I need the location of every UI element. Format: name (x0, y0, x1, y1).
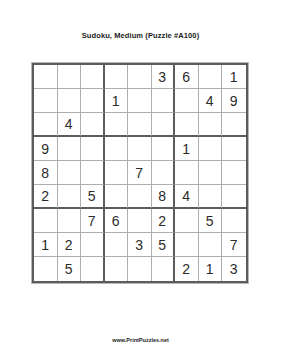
cell-r8c7[interactable] (175, 233, 199, 257)
cell-r8c6[interactable]: 5 (152, 233, 176, 257)
cell-r4c5[interactable] (128, 137, 152, 161)
cell-r8c2[interactable]: 2 (58, 233, 82, 257)
cell-r5c7[interactable] (175, 161, 199, 185)
cell-r3c6[interactable] (152, 113, 176, 137)
cell-r2c6[interactable] (152, 89, 176, 113)
cell-r6c4[interactable] (105, 185, 129, 209)
cell-r2c4[interactable]: 1 (105, 89, 129, 113)
cell-r6c9[interactable] (222, 185, 246, 209)
cell-r2c5[interactable] (128, 89, 152, 113)
cell-r9c5[interactable] (128, 257, 152, 281)
cell-r6c5[interactable] (128, 185, 152, 209)
cell-r4c3[interactable] (81, 137, 105, 161)
cell-r9c7[interactable]: 2 (175, 257, 199, 281)
cell-r2c9[interactable]: 9 (222, 89, 246, 113)
sudoku-board: 3611494918725847625123575213 (32, 63, 248, 283)
cell-r8c1[interactable]: 1 (34, 233, 58, 257)
cell-r9c1[interactable] (34, 257, 58, 281)
cell-r3c2[interactable]: 4 (58, 113, 82, 137)
cell-r9c8[interactable]: 1 (199, 257, 223, 281)
cell-r9c4[interactable] (105, 257, 129, 281)
cell-r4c7[interactable]: 1 (175, 137, 199, 161)
cell-r7c5[interactable] (128, 209, 152, 233)
cell-r6c8[interactable] (199, 185, 223, 209)
cell-r9c6[interactable] (152, 257, 176, 281)
cell-r9c9[interactable]: 3 (222, 257, 246, 281)
cell-r4c4[interactable] (105, 137, 129, 161)
cell-r1c8[interactable] (199, 65, 223, 89)
cell-r7c8[interactable]: 5 (199, 209, 223, 233)
cell-r5c4[interactable] (105, 161, 129, 185)
cell-r2c2[interactable] (58, 89, 82, 113)
cell-r8c8[interactable] (199, 233, 223, 257)
cell-r8c9[interactable]: 7 (222, 233, 246, 257)
cell-r4c9[interactable] (222, 137, 246, 161)
cell-r2c7[interactable] (175, 89, 199, 113)
cell-r1c2[interactable] (58, 65, 82, 89)
cell-r6c6[interactable]: 8 (152, 185, 176, 209)
cell-r4c8[interactable] (199, 137, 223, 161)
cell-r3c9[interactable] (222, 113, 246, 137)
cell-r1c1[interactable] (34, 65, 58, 89)
cell-r5c8[interactable] (199, 161, 223, 185)
cell-r3c7[interactable] (175, 113, 199, 137)
cell-r7c2[interactable] (58, 209, 82, 233)
cell-r2c3[interactable] (81, 89, 105, 113)
cell-r3c5[interactable] (128, 113, 152, 137)
cell-r5c6[interactable] (152, 161, 176, 185)
cell-r1c9[interactable]: 1 (222, 65, 246, 89)
cell-r6c1[interactable]: 2 (34, 185, 58, 209)
cell-r6c3[interactable]: 5 (81, 185, 105, 209)
cell-r7c9[interactable] (222, 209, 246, 233)
cell-r6c7[interactable]: 4 (175, 185, 199, 209)
cell-r8c4[interactable] (105, 233, 129, 257)
cell-r5c5[interactable]: 7 (128, 161, 152, 185)
cell-r1c6[interactable]: 3 (152, 65, 176, 89)
cell-r4c6[interactable] (152, 137, 176, 161)
cell-r2c1[interactable] (34, 89, 58, 113)
cell-r9c3[interactable] (81, 257, 105, 281)
sudoku-page: Sudoku, Medium (Puzzle #A100) 3611494918… (0, 0, 281, 363)
cell-r5c3[interactable] (81, 161, 105, 185)
cell-r3c4[interactable] (105, 113, 129, 137)
cell-r1c4[interactable] (105, 65, 129, 89)
cell-r3c8[interactable] (199, 113, 223, 137)
cell-r1c5[interactable] (128, 65, 152, 89)
cell-r5c9[interactable] (222, 161, 246, 185)
cell-r3c3[interactable] (81, 113, 105, 137)
cell-r7c3[interactable]: 7 (81, 209, 105, 233)
cell-r2c8[interactable]: 4 (199, 89, 223, 113)
cell-r8c5[interactable]: 3 (128, 233, 152, 257)
cell-r1c7[interactable]: 6 (175, 65, 199, 89)
cell-r7c1[interactable] (34, 209, 58, 233)
cell-r5c2[interactable] (58, 161, 82, 185)
cell-r7c4[interactable]: 6 (105, 209, 129, 233)
cell-r1c3[interactable] (81, 65, 105, 89)
cell-r4c2[interactable] (58, 137, 82, 161)
cell-r6c2[interactable] (58, 185, 82, 209)
cell-r4c1[interactable]: 9 (34, 137, 58, 161)
cell-r3c1[interactable] (34, 113, 58, 137)
cell-r7c7[interactable] (175, 209, 199, 233)
footer-url: www.PrintPuzzles.net (0, 337, 281, 343)
cell-r5c1[interactable]: 8 (34, 161, 58, 185)
page-title: Sudoku, Medium (Puzzle #A100) (0, 31, 281, 40)
cell-r9c2[interactable]: 5 (58, 257, 82, 281)
cell-r8c3[interactable] (81, 233, 105, 257)
cell-r7c6[interactable]: 2 (152, 209, 176, 233)
